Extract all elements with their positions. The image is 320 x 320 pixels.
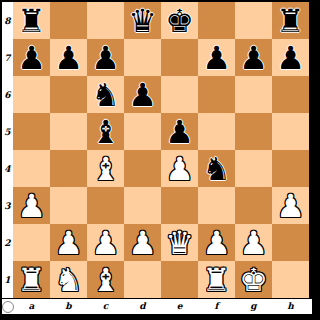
white-queen: ♛ — [161, 224, 198, 261]
white-pawn: ♟ — [198, 224, 235, 261]
square-b2[interactable]: ♟ — [50, 224, 87, 261]
black-queen: ♛ — [124, 2, 161, 39]
square-f2[interactable]: ♟ — [198, 224, 235, 261]
square-f1[interactable]: ♜ — [198, 261, 235, 298]
file-label-h: h — [272, 299, 309, 314]
black-pawn: ♟ — [13, 39, 50, 76]
square-a2[interactable] — [13, 224, 50, 261]
rank-label-2: 2 — [2, 224, 13, 261]
square-f3[interactable] — [198, 187, 235, 224]
white-rook: ♜ — [198, 261, 235, 298]
square-g2[interactable]: ♟ — [235, 224, 272, 261]
white-bishop: ♝ — [87, 150, 124, 187]
square-f8[interactable] — [198, 2, 235, 39]
square-b1[interactable]: ♞ — [50, 261, 87, 298]
square-d1[interactable] — [124, 261, 161, 298]
black-knight: ♞ — [87, 76, 124, 113]
square-d5[interactable] — [124, 113, 161, 150]
square-a5[interactable] — [13, 113, 50, 150]
square-e1[interactable] — [161, 261, 198, 298]
square-a1[interactable]: ♜ — [13, 261, 50, 298]
black-king: ♚ — [161, 2, 198, 39]
white-bishop: ♝ — [87, 261, 124, 298]
white-king: ♚ — [235, 261, 272, 298]
file-label-b: b — [50, 299, 87, 314]
square-d6[interactable]: ♟ — [124, 76, 161, 113]
rank-label-4: 4 — [2, 150, 13, 187]
square-e3[interactable] — [161, 187, 198, 224]
square-c1[interactable]: ♝ — [87, 261, 124, 298]
square-d4[interactable] — [124, 150, 161, 187]
black-pawn: ♟ — [87, 39, 124, 76]
black-pawn: ♟ — [124, 76, 161, 113]
square-h5[interactable] — [272, 113, 309, 150]
square-e8[interactable]: ♚ — [161, 2, 198, 39]
square-f4[interactable]: ♞ — [198, 150, 235, 187]
white-pawn: ♟ — [161, 150, 198, 187]
square-c3[interactable] — [87, 187, 124, 224]
square-e4[interactable]: ♟ — [161, 150, 198, 187]
square-h6[interactable] — [272, 76, 309, 113]
square-b6[interactable] — [50, 76, 87, 113]
square-g7[interactable]: ♟ — [235, 39, 272, 76]
chess-board: ♜♛♚♜♟♟♟♟♟♟♞♟♝♟♝♟♞♟♟♟♟♟♛♟♟♜♞♝♜♚ — [13, 2, 309, 298]
file-label-a: a — [13, 299, 50, 314]
square-a7[interactable]: ♟ — [13, 39, 50, 76]
square-b3[interactable] — [50, 187, 87, 224]
rank-label-8: 8 — [2, 2, 13, 39]
square-c2[interactable]: ♟ — [87, 224, 124, 261]
white-rook: ♜ — [13, 261, 50, 298]
side-to-move-indicator — [2, 301, 14, 313]
black-bishop: ♝ — [87, 113, 124, 150]
rank-label-7: 7 — [2, 39, 13, 76]
rank-label-5: 5 — [2, 113, 13, 150]
square-h3[interactable]: ♟ — [272, 187, 309, 224]
rank-label-1: 1 — [2, 261, 13, 298]
black-rook: ♜ — [272, 2, 309, 39]
square-a3[interactable]: ♟ — [13, 187, 50, 224]
white-pawn: ♟ — [124, 224, 161, 261]
square-b4[interactable] — [50, 150, 87, 187]
square-a8[interactable]: ♜ — [13, 2, 50, 39]
square-d2[interactable]: ♟ — [124, 224, 161, 261]
black-knight: ♞ — [198, 150, 235, 187]
square-e2[interactable]: ♛ — [161, 224, 198, 261]
square-f6[interactable] — [198, 76, 235, 113]
black-rook: ♜ — [13, 2, 50, 39]
rank-label-3: 3 — [2, 187, 13, 224]
white-pawn: ♟ — [50, 224, 87, 261]
square-c8[interactable] — [87, 2, 124, 39]
black-pawn: ♟ — [50, 39, 87, 76]
square-d3[interactable] — [124, 187, 161, 224]
square-a4[interactable] — [13, 150, 50, 187]
black-pawn: ♟ — [198, 39, 235, 76]
rank-label-6: 6 — [2, 76, 13, 113]
white-pawn: ♟ — [272, 187, 309, 224]
file-label-f: f — [198, 299, 235, 314]
white-pawn: ♟ — [235, 224, 272, 261]
square-e5[interactable]: ♟ — [161, 113, 198, 150]
white-knight: ♞ — [50, 261, 87, 298]
square-g8[interactable] — [235, 2, 272, 39]
square-c6[interactable]: ♞ — [87, 76, 124, 113]
square-g6[interactable] — [235, 76, 272, 113]
square-h4[interactable] — [272, 150, 309, 187]
square-e6[interactable] — [161, 76, 198, 113]
square-a6[interactable] — [13, 76, 50, 113]
square-g3[interactable] — [235, 187, 272, 224]
file-label-g: g — [235, 299, 272, 314]
square-b7[interactable]: ♟ — [50, 39, 87, 76]
square-f7[interactable]: ♟ — [198, 39, 235, 76]
white-pawn: ♟ — [87, 224, 124, 261]
square-h7[interactable]: ♟ — [272, 39, 309, 76]
file-label-d: d — [124, 299, 161, 314]
black-pawn: ♟ — [272, 39, 309, 76]
square-c7[interactable]: ♟ — [87, 39, 124, 76]
square-h8[interactable]: ♜ — [272, 2, 309, 39]
square-g4[interactable] — [235, 150, 272, 187]
black-pawn: ♟ — [235, 39, 272, 76]
rank-labels: 87654321 — [2, 2, 13, 298]
square-g1[interactable]: ♚ — [235, 261, 272, 298]
file-label-e: e — [161, 299, 198, 314]
square-d8[interactable]: ♛ — [124, 2, 161, 39]
square-e7[interactable] — [161, 39, 198, 76]
square-h1[interactable] — [272, 261, 309, 298]
square-c4[interactable]: ♝ — [87, 150, 124, 187]
black-pawn: ♟ — [161, 113, 198, 150]
square-b8[interactable] — [50, 2, 87, 39]
white-pawn: ♟ — [13, 187, 50, 224]
square-f5[interactable] — [198, 113, 235, 150]
board-frame: 87654321 ♜♛♚♜♟♟♟♟♟♟♞♟♝♟♝♟♞♟♟♟♟♟♛♟♟♜♞♝♜♚ … — [0, 0, 320, 320]
file-labels: abcdefgh — [2, 299, 312, 314]
file-label-c: c — [87, 299, 124, 314]
square-d7[interactable] — [124, 39, 161, 76]
square-h2[interactable] — [272, 224, 309, 261]
square-c5[interactable]: ♝ — [87, 113, 124, 150]
square-b5[interactable] — [50, 113, 87, 150]
square-g5[interactable] — [235, 113, 272, 150]
